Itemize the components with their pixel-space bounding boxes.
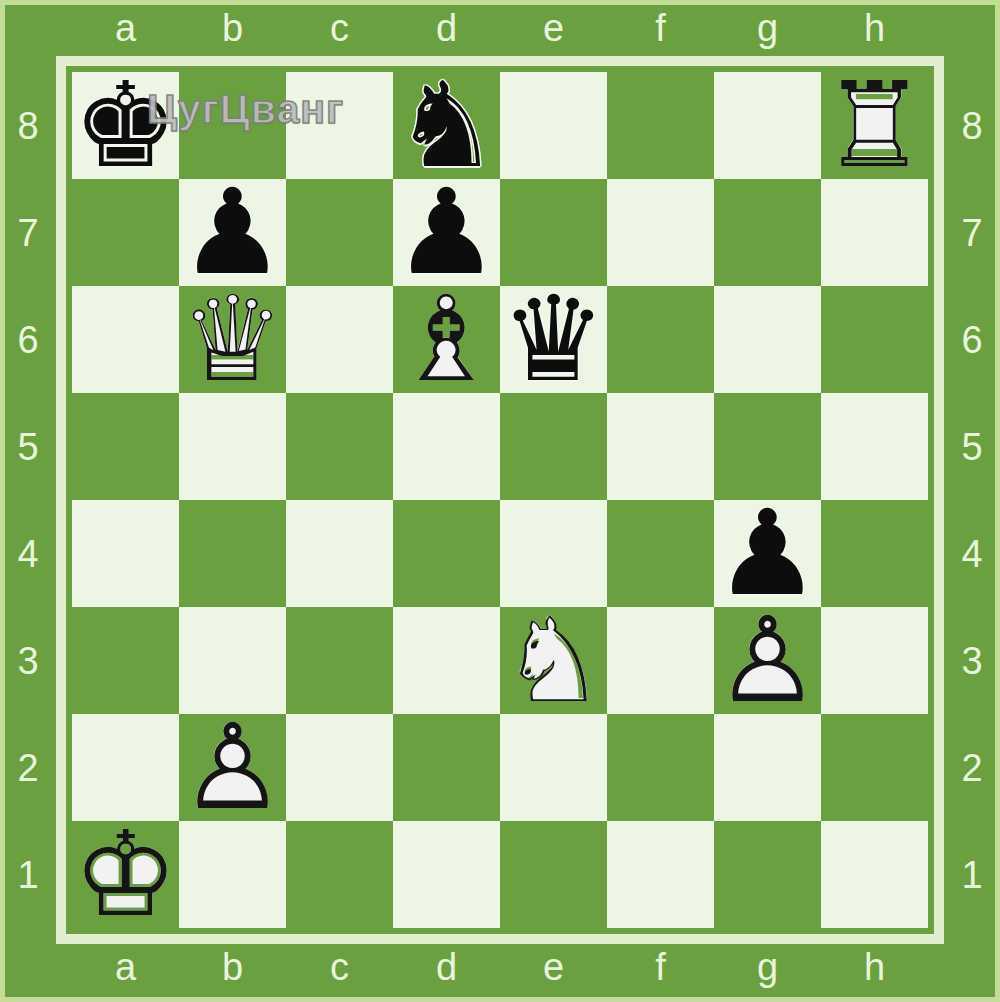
square-b5[interactable] — [179, 393, 286, 500]
file-labels-bottom: abcdefgh — [72, 942, 928, 992]
file-label-g: g — [757, 948, 778, 986]
square-e2[interactable] — [500, 714, 607, 821]
square-d5[interactable] — [393, 393, 500, 500]
square-a1[interactable]: ♚♔ — [72, 821, 179, 928]
square-e6[interactable]: ♛ — [500, 286, 607, 393]
square-a4[interactable] — [72, 500, 179, 607]
file-label-h: h — [864, 9, 885, 47]
rank-label-5: 5 — [17, 428, 38, 466]
square-f8[interactable] — [607, 72, 714, 179]
square-f1[interactable] — [607, 821, 714, 928]
rank-label-4: 4 — [17, 535, 38, 573]
rank-label-6: 6 — [961, 321, 982, 359]
white-pawn[interactable]: ♟♙ — [714, 607, 821, 714]
square-c1[interactable] — [286, 821, 393, 928]
file-label-e: e — [543, 948, 564, 986]
white-bishop[interactable]: ♝♗ — [393, 286, 500, 393]
square-d2[interactable] — [393, 714, 500, 821]
square-g6[interactable] — [714, 286, 821, 393]
rank-label-2: 2 — [961, 749, 982, 787]
square-b1[interactable] — [179, 821, 286, 928]
square-h1[interactable] — [821, 821, 928, 928]
square-d3[interactable] — [393, 607, 500, 714]
square-g2[interactable] — [714, 714, 821, 821]
file-label-b: b — [222, 9, 243, 47]
square-f5[interactable] — [607, 393, 714, 500]
square-e8[interactable] — [500, 72, 607, 179]
square-h3[interactable] — [821, 607, 928, 714]
rank-label-5: 5 — [961, 428, 982, 466]
square-f4[interactable] — [607, 500, 714, 607]
file-label-d: d — [436, 948, 457, 986]
rank-labels-left: 87654321 — [0, 72, 56, 928]
rank-label-8: 8 — [961, 107, 982, 145]
square-a6[interactable] — [72, 286, 179, 393]
white-queen[interactable]: ♛♕ — [179, 286, 286, 393]
rank-label-3: 3 — [17, 642, 38, 680]
square-e3[interactable]: ♞♘ — [500, 607, 607, 714]
square-d6[interactable]: ♝♗ — [393, 286, 500, 393]
square-a5[interactable] — [72, 393, 179, 500]
white-pawn[interactable]: ♟♙ — [179, 714, 286, 821]
square-e5[interactable] — [500, 393, 607, 500]
black-queen-glyph: ♛ — [501, 286, 607, 393]
rank-label-7: 7 — [17, 214, 38, 252]
white-king-outline: ♔ — [73, 821, 179, 928]
square-c7[interactable] — [286, 179, 393, 286]
square-b6[interactable]: ♛♕ — [179, 286, 286, 393]
square-g3[interactable]: ♟♙ — [714, 607, 821, 714]
board-grid: ♚♞♜♖♟♟♛♕♝♗♛♟♞♘♟♙♟♙♚♔ — [72, 72, 928, 928]
chess-board-diagram: abcdefgh abcdefgh 87654321 87654321 ♚♞♜♖… — [0, 0, 1000, 1002]
square-f6[interactable] — [607, 286, 714, 393]
white-bishop-outline: ♗ — [394, 286, 500, 393]
white-rook[interactable]: ♜♖ — [821, 72, 928, 179]
square-g7[interactable] — [714, 179, 821, 286]
square-a7[interactable] — [72, 179, 179, 286]
black-queen[interactable]: ♛ — [500, 286, 607, 393]
square-h2[interactable] — [821, 714, 928, 821]
square-c4[interactable] — [286, 500, 393, 607]
square-d4[interactable] — [393, 500, 500, 607]
square-e1[interactable] — [500, 821, 607, 928]
square-h5[interactable] — [821, 393, 928, 500]
square-f2[interactable] — [607, 714, 714, 821]
square-h8[interactable]: ♜♖ — [821, 72, 928, 179]
white-rook-outline: ♖ — [822, 72, 928, 179]
rank-label-8: 8 — [17, 107, 38, 145]
square-c3[interactable] — [286, 607, 393, 714]
file-label-d: d — [436, 9, 457, 47]
white-knight-outline: ♘ — [501, 607, 607, 714]
rank-label-1: 1 — [961, 856, 982, 894]
file-label-h: h — [864, 948, 885, 986]
white-knight[interactable]: ♞♘ — [500, 607, 607, 714]
rank-label-4: 4 — [961, 535, 982, 573]
square-c2[interactable] — [286, 714, 393, 821]
square-h6[interactable] — [821, 286, 928, 393]
square-h4[interactable] — [821, 500, 928, 607]
file-label-b: b — [222, 948, 243, 986]
square-f3[interactable] — [607, 607, 714, 714]
white-queen-outline: ♕ — [180, 286, 286, 393]
rank-label-2: 2 — [17, 749, 38, 787]
square-h7[interactable] — [821, 179, 928, 286]
square-c5[interactable] — [286, 393, 393, 500]
file-label-e: e — [543, 9, 564, 47]
file-label-a: a — [115, 948, 136, 986]
file-label-a: a — [115, 9, 136, 47]
square-d1[interactable] — [393, 821, 500, 928]
file-label-g: g — [757, 9, 778, 47]
square-c6[interactable] — [286, 286, 393, 393]
square-g8[interactable] — [714, 72, 821, 179]
white-king[interactable]: ♚♔ — [72, 821, 179, 928]
rank-label-3: 3 — [961, 642, 982, 680]
square-a3[interactable] — [72, 607, 179, 714]
square-b4[interactable] — [179, 500, 286, 607]
white-pawn-outline: ♙ — [180, 714, 286, 821]
white-pawn-outline: ♙ — [715, 607, 821, 714]
rank-labels-right: 87654321 — [944, 72, 1000, 928]
file-label-c: c — [330, 9, 349, 47]
rank-label-7: 7 — [961, 214, 982, 252]
file-labels-top: abcdefgh — [72, 0, 928, 56]
file-label-f: f — [655, 9, 666, 47]
square-f7[interactable] — [607, 179, 714, 286]
file-label-c: c — [330, 948, 349, 986]
watermark: ЦугЦванг — [147, 86, 344, 133]
square-g1[interactable] — [714, 821, 821, 928]
rank-label-1: 1 — [17, 856, 38, 894]
file-label-f: f — [655, 948, 666, 986]
square-b2[interactable]: ♟♙ — [179, 714, 286, 821]
rank-label-6: 6 — [17, 321, 38, 359]
